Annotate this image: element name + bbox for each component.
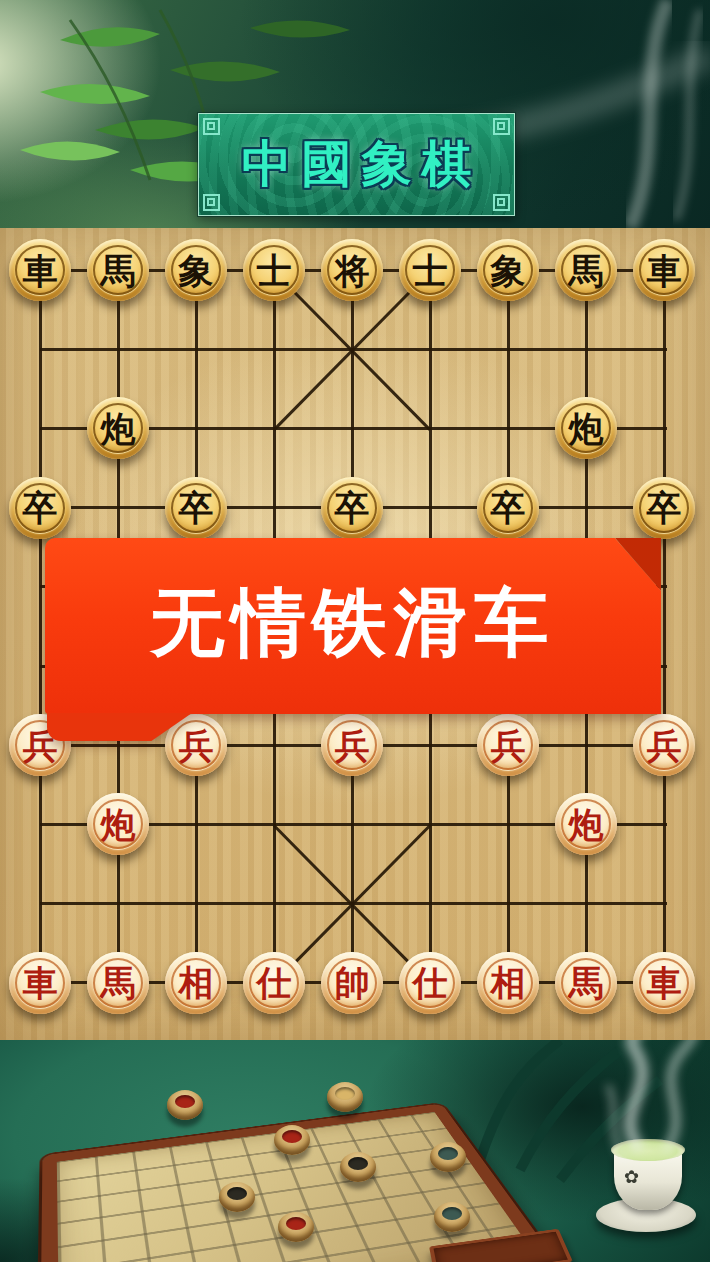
piece-red-elephant[interactable]: 相 bbox=[477, 952, 539, 1014]
piece-red-soldier[interactable]: 兵 bbox=[321, 714, 383, 776]
piece-red-horse[interactable]: 馬 bbox=[87, 952, 149, 1014]
piece-black-advisor[interactable]: 士 bbox=[399, 239, 461, 301]
piece-black-soldier[interactable]: 卒 bbox=[633, 477, 695, 539]
piece-black-soldier[interactable]: 卒 bbox=[165, 477, 227, 539]
bottom-scene: ✿ bbox=[0, 1040, 710, 1262]
piece-black-advisor[interactable]: 士 bbox=[243, 239, 305, 301]
piece-red-rook[interactable]: 車 bbox=[633, 952, 695, 1014]
piece-red-advisor[interactable]: 仕 bbox=[243, 952, 305, 1014]
piece-black-rook[interactable]: 車 bbox=[633, 239, 695, 301]
caption-text: 无情铁滑车 bbox=[151, 574, 556, 674]
piece-red-rook[interactable]: 車 bbox=[9, 952, 71, 1014]
piece-red-elephant[interactable]: 相 bbox=[165, 952, 227, 1014]
top-scene: 中國象棋 bbox=[0, 0, 710, 228]
piece-red-cannon[interactable]: 炮 bbox=[555, 793, 617, 855]
piece-black-cannon[interactable]: 炮 bbox=[555, 397, 617, 459]
piece-black-soldier[interactable]: 卒 bbox=[477, 477, 539, 539]
grid-line bbox=[39, 270, 42, 983]
game-title: 中國象棋 bbox=[242, 131, 482, 198]
piece-black-elephant[interactable]: 象 bbox=[477, 239, 539, 301]
piece-red-advisor[interactable]: 仕 bbox=[399, 952, 461, 1014]
tea-steam-icon bbox=[0, 1040, 710, 1262]
piece-black-rook[interactable]: 車 bbox=[9, 239, 71, 301]
piece-black-soldier[interactable]: 卒 bbox=[9, 477, 71, 539]
piece-black-horse[interactable]: 馬 bbox=[555, 239, 617, 301]
banner-corner-ornament-icon bbox=[493, 194, 510, 211]
banner-corner-ornament-icon bbox=[493, 118, 510, 135]
piece-black-general[interactable]: 将 bbox=[321, 239, 383, 301]
piece-red-soldier[interactable]: 兵 bbox=[477, 714, 539, 776]
game-title-banner: 中國象棋 bbox=[198, 113, 515, 216]
piece-red-horse[interactable]: 馬 bbox=[555, 952, 617, 1014]
xiangqi-app-screen: 中國象棋 車馬象士将士象馬車炮炮卒卒卒卒卒兵兵兵兵兵炮炮車馬相仕帥仕相馬車 无情… bbox=[0, 0, 710, 1262]
piece-black-elephant[interactable]: 象 bbox=[165, 239, 227, 301]
piece-red-soldier[interactable]: 兵 bbox=[633, 714, 695, 776]
piece-black-cannon[interactable]: 炮 bbox=[87, 397, 149, 459]
grid-line bbox=[663, 270, 666, 983]
piece-black-horse[interactable]: 馬 bbox=[87, 239, 149, 301]
piece-red-general[interactable]: 帥 bbox=[321, 952, 383, 1014]
banner-corner-ornament-icon bbox=[203, 118, 220, 135]
caption-ribbon: 无情铁滑车 bbox=[45, 538, 661, 714]
piece-red-cannon[interactable]: 炮 bbox=[87, 793, 149, 855]
piece-black-soldier[interactable]: 卒 bbox=[321, 477, 383, 539]
ribbon-face: 无情铁滑车 bbox=[45, 538, 661, 714]
banner-corner-ornament-icon bbox=[203, 194, 220, 211]
